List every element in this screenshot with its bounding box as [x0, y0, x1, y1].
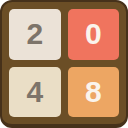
game-board-2048[interactable]: 2 0 4 8 [0, 0, 128, 128]
tile-8: 8 [68, 67, 120, 118]
tile-4: 4 [9, 67, 61, 118]
tile-0: 0 [68, 9, 120, 60]
app-icon-2048: 2 0 4 8 [0, 0, 128, 128]
tile-2: 2 [9, 9, 61, 60]
